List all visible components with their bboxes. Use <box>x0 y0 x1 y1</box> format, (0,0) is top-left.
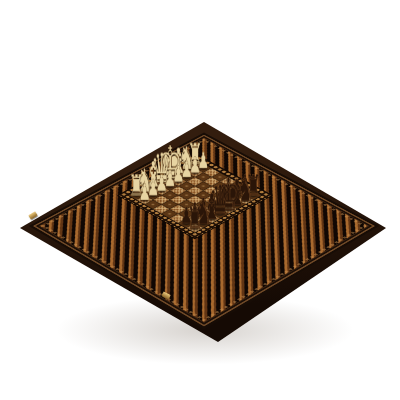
product-photo-chess-set: ♜♞♝♛♚♝♞♜♟♟♟♟♟♟♟♟♟♟♟♟♟♟♟♟♜♞♝♛♚♝♞♜ <box>0 0 400 400</box>
black-rook-glyph: ♜ <box>187 203 203 233</box>
chess-box-top: ♜♞♝♛♚♝♞♜♟♟♟♟♟♟♟♟♟♟♟♟♟♟♟♟♜♞♝♛♚♝♞♜ <box>29 132 380 329</box>
perspective-scene: ♜♞♝♛♚♝♞♜♟♟♟♟♟♟♟♟♟♟♟♟♟♟♟♟♜♞♝♛♚♝♞♜ <box>0 0 400 400</box>
